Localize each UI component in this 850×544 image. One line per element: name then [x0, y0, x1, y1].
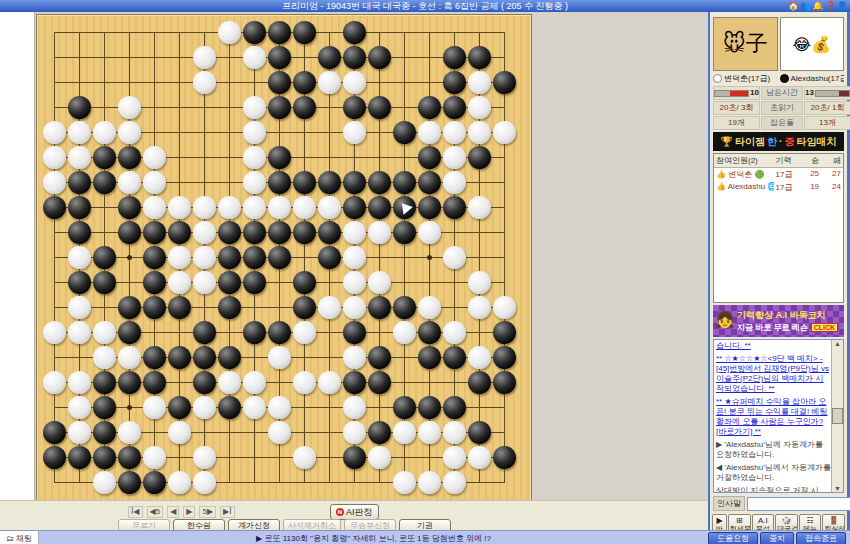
board-point[interactable]: [167, 120, 192, 145]
board-point[interactable]: [317, 370, 342, 395]
board-point[interactable]: [192, 295, 217, 320]
board-point[interactable]: [292, 345, 317, 370]
board-point[interactable]: [67, 120, 92, 145]
board-point[interactable]: [42, 245, 67, 270]
board-point[interactable]: [292, 295, 317, 320]
board-point[interactable]: [342, 245, 367, 270]
board-point[interactable]: [142, 20, 167, 45]
board-point[interactable]: [317, 295, 342, 320]
board-point[interactable]: [267, 345, 292, 370]
board-point[interactable]: [192, 45, 217, 70]
board-point[interactable]: [167, 320, 192, 345]
board-point[interactable]: [467, 95, 492, 120]
board-point[interactable]: [67, 20, 92, 45]
board-point[interactable]: [92, 395, 117, 420]
board-point[interactable]: [367, 470, 392, 495]
board-point[interactable]: [242, 270, 267, 295]
board-point[interactable]: [67, 170, 92, 195]
news-ticker-text[interactable]: ▶ 로또 1130회 "용지 횡령" 자세히 보니, 로또 1등 당첨번호 위에…: [39, 533, 708, 544]
board-point[interactable]: [267, 20, 292, 45]
board-point[interactable]: [92, 120, 117, 145]
board-point[interactable]: [267, 145, 292, 170]
board-point[interactable]: [342, 445, 367, 470]
board-point[interactable]: [467, 370, 492, 395]
board-point[interactable]: [217, 320, 242, 345]
board-point[interactable]: [267, 70, 292, 95]
board-point[interactable]: [92, 70, 117, 95]
board-point[interactable]: [242, 195, 267, 220]
board-point[interactable]: [392, 420, 417, 445]
board-point[interactable]: [392, 220, 417, 245]
board-point[interactable]: [292, 95, 317, 120]
board-point[interactable]: [92, 445, 117, 470]
board-point[interactable]: [292, 470, 317, 495]
board-point[interactable]: [492, 220, 517, 245]
board-point[interactable]: [317, 220, 342, 245]
board-point[interactable]: [392, 345, 417, 370]
board-point[interactable]: [167, 295, 192, 320]
board-point[interactable]: [492, 270, 517, 295]
board-point[interactable]: [192, 170, 217, 195]
board-point[interactable]: [417, 20, 442, 45]
board-point[interactable]: [92, 320, 117, 345]
board-point[interactable]: [242, 320, 267, 345]
board-point[interactable]: [217, 45, 242, 70]
board-point[interactable]: [192, 445, 217, 470]
board-point[interactable]: [217, 420, 242, 445]
board-point[interactable]: [42, 470, 67, 495]
board-point[interactable]: [67, 470, 92, 495]
board-point[interactable]: [142, 70, 167, 95]
board-point[interactable]: [267, 370, 292, 395]
nav-button[interactable]: Ⅰ◀: [128, 506, 143, 518]
board-point[interactable]: [317, 95, 342, 120]
board-point[interactable]: [467, 45, 492, 70]
board-point[interactable]: [92, 245, 117, 270]
board-point[interactable]: [417, 370, 442, 395]
board-point[interactable]: [292, 45, 317, 70]
board-point[interactable]: [492, 170, 517, 195]
board-point[interactable]: [317, 195, 342, 220]
board-point[interactable]: [167, 270, 192, 295]
board-point[interactable]: [367, 45, 392, 70]
board-point[interactable]: [317, 270, 342, 295]
board-point[interactable]: [367, 20, 392, 45]
board-point[interactable]: [267, 320, 292, 345]
board-point[interactable]: [192, 20, 217, 45]
board-point[interactable]: [242, 45, 267, 70]
board-point[interactable]: [492, 245, 517, 270]
titlebar-icon[interactable]: 👤: [837, 0, 848, 12]
board-point[interactable]: [92, 170, 117, 195]
board-point[interactable]: [192, 370, 217, 395]
titlebar-icon[interactable]: 🔔: [812, 0, 823, 12]
board-point[interactable]: [292, 395, 317, 420]
board-point[interactable]: [442, 45, 467, 70]
board-point[interactable]: [167, 445, 192, 470]
board-point[interactable]: [392, 45, 417, 70]
board-point[interactable]: [467, 395, 492, 420]
board-point[interactable]: [117, 170, 142, 195]
board-point[interactable]: [117, 345, 142, 370]
board-point[interactable]: [467, 270, 492, 295]
board-point[interactable]: [492, 320, 517, 345]
board-point[interactable]: [192, 320, 217, 345]
board-point[interactable]: [342, 70, 367, 95]
board-point[interactable]: [217, 270, 242, 295]
board-point[interactable]: [167, 95, 192, 120]
board-point[interactable]: [467, 345, 492, 370]
board-point[interactable]: [317, 445, 342, 470]
board-point[interactable]: [192, 395, 217, 420]
board-point[interactable]: [167, 370, 192, 395]
board-point[interactable]: [442, 395, 467, 420]
board-point[interactable]: [467, 295, 492, 320]
board-point[interactable]: [42, 420, 67, 445]
board-point[interactable]: [267, 245, 292, 270]
board-point[interactable]: [442, 70, 467, 95]
board-point[interactable]: [442, 320, 467, 345]
board-point[interactable]: [367, 220, 392, 245]
board-point[interactable]: [242, 145, 267, 170]
board-point[interactable]: [242, 245, 267, 270]
board-point[interactable]: [342, 120, 367, 145]
board-point[interactable]: [367, 445, 392, 470]
board-point[interactable]: [192, 345, 217, 370]
board-point[interactable]: [342, 270, 367, 295]
board-point[interactable]: [242, 295, 267, 320]
chat-input[interactable]: [747, 497, 850, 511]
board-point[interactable]: [342, 170, 367, 195]
board-point[interactable]: [367, 395, 392, 420]
board-point[interactable]: [42, 45, 67, 70]
board-point[interactable]: [42, 120, 67, 145]
board-point[interactable]: [267, 195, 292, 220]
board-point[interactable]: [117, 445, 142, 470]
board-point[interactable]: [217, 295, 242, 320]
scroll-thumb[interactable]: [832, 408, 843, 424]
board-point[interactable]: [42, 20, 67, 45]
board-point[interactable]: [417, 295, 442, 320]
board-point[interactable]: [417, 395, 442, 420]
board-point[interactable]: [217, 220, 242, 245]
nav-button[interactable]: ◀: [167, 506, 179, 518]
board-point[interactable]: [167, 220, 192, 245]
board-point[interactable]: [442, 95, 467, 120]
board-point[interactable]: [42, 395, 67, 420]
board-point[interactable]: [192, 470, 217, 495]
board-point[interactable]: [392, 370, 417, 395]
board-point[interactable]: [392, 95, 417, 120]
board-point[interactable]: [492, 120, 517, 145]
board-point[interactable]: [267, 295, 292, 320]
board-point[interactable]: [42, 170, 67, 195]
board-point[interactable]: [267, 270, 292, 295]
board-point[interactable]: [267, 120, 292, 145]
board-point[interactable]: [292, 270, 317, 295]
board-point[interactable]: [67, 245, 92, 270]
board-point[interactable]: [392, 445, 417, 470]
board-point[interactable]: [42, 445, 67, 470]
board-point[interactable]: [167, 470, 192, 495]
board-point[interactable]: [292, 445, 317, 470]
scroll-down-icon[interactable]: ▼: [834, 485, 841, 492]
board-point[interactable]: [317, 345, 342, 370]
board-point[interactable]: [117, 220, 142, 245]
board-point[interactable]: [142, 370, 167, 395]
board-point[interactable]: [92, 145, 117, 170]
board-point[interactable]: [442, 270, 467, 295]
board-point[interactable]: [192, 145, 217, 170]
board-point[interactable]: [42, 345, 67, 370]
board-point[interactable]: [442, 245, 467, 270]
board-point[interactable]: [267, 420, 292, 445]
board-point[interactable]: [242, 70, 267, 95]
board-point[interactable]: [92, 220, 117, 245]
board-point[interactable]: [217, 20, 242, 45]
board-point[interactable]: [417, 195, 442, 220]
board-point[interactable]: [167, 195, 192, 220]
board-point[interactable]: [217, 395, 242, 420]
nav-button[interactable]: 5▶: [199, 506, 216, 518]
board-point[interactable]: [342, 345, 367, 370]
titlebar-icon[interactable]: ❓: [825, 0, 836, 12]
board-point[interactable]: [417, 120, 442, 145]
board-point[interactable]: [317, 170, 342, 195]
board-point[interactable]: [442, 470, 467, 495]
board-point[interactable]: [67, 270, 92, 295]
board-point[interactable]: [492, 20, 517, 45]
board-point[interactable]: [92, 470, 117, 495]
board-point[interactable]: [367, 295, 392, 320]
board-point[interactable]: [67, 195, 92, 220]
board-point[interactable]: [442, 120, 467, 145]
board-point[interactable]: [142, 195, 167, 220]
board-point[interactable]: [317, 320, 342, 345]
board-point[interactable]: [42, 145, 67, 170]
board-point[interactable]: [242, 95, 267, 120]
board-point[interactable]: [142, 45, 167, 70]
board-point[interactable]: [367, 95, 392, 120]
board-point[interactable]: [392, 145, 417, 170]
board-point[interactable]: [417, 170, 442, 195]
board-point[interactable]: [242, 345, 267, 370]
board-point[interactable]: [417, 70, 442, 95]
board-point[interactable]: [342, 470, 367, 495]
participant-row[interactable]: 👍 Alexdashu 🌐🚩17급1924: [714, 181, 843, 194]
board-point[interactable]: [42, 220, 67, 245]
board-point[interactable]: [167, 70, 192, 95]
board-point[interactable]: [242, 120, 267, 145]
board-point[interactable]: [167, 170, 192, 195]
board-point[interactable]: [417, 245, 442, 270]
board-point[interactable]: [167, 395, 192, 420]
nav-button[interactable]: ▶: [183, 506, 195, 518]
board-point[interactable]: [492, 95, 517, 120]
board-point[interactable]: [417, 320, 442, 345]
board-point[interactable]: [142, 445, 167, 470]
board-point[interactable]: [142, 245, 167, 270]
board-point[interactable]: [117, 320, 142, 345]
board-point[interactable]: [317, 395, 342, 420]
board-point[interactable]: [442, 370, 467, 395]
board-point[interactable]: [192, 420, 217, 445]
board-point[interactable]: [92, 295, 117, 320]
board-point[interactable]: [317, 120, 342, 145]
ticker-button[interactable]: 중지: [760, 532, 794, 544]
board-point[interactable]: [367, 270, 392, 295]
board-point[interactable]: [67, 345, 92, 370]
board-point[interactable]: [142, 320, 167, 345]
board-point[interactable]: [242, 170, 267, 195]
board-point[interactable]: [492, 45, 517, 70]
board-point[interactable]: [342, 45, 367, 70]
board-point[interactable]: [67, 295, 92, 320]
board-point[interactable]: [142, 145, 167, 170]
board-point[interactable]: [142, 95, 167, 120]
board-point[interactable]: [292, 20, 317, 45]
board-point[interactable]: [292, 145, 317, 170]
board-point[interactable]: [117, 470, 142, 495]
board-point[interactable]: [317, 470, 342, 495]
board-point[interactable]: [367, 70, 392, 95]
board-point[interactable]: [217, 245, 242, 270]
titlebar-icon[interactable]: 👥: [800, 0, 811, 12]
board-point[interactable]: [292, 170, 317, 195]
board-point[interactable]: [92, 420, 117, 445]
board-point[interactable]: [117, 420, 142, 445]
board-point[interactable]: [492, 470, 517, 495]
board-point[interactable]: [92, 95, 117, 120]
board-point[interactable]: [242, 220, 267, 245]
board-point[interactable]: [442, 345, 467, 370]
board-point[interactable]: [117, 195, 142, 220]
board-point[interactable]: [92, 45, 117, 70]
board-point[interactable]: [167, 20, 192, 45]
board-point[interactable]: [342, 395, 367, 420]
board-point[interactable]: [492, 445, 517, 470]
board-point[interactable]: [142, 270, 167, 295]
titlebar-icon-cluster[interactable]: 🏠👥🔔❓👤: [788, 0, 848, 12]
nav-button[interactable]: ◀5: [147, 506, 164, 518]
board-point[interactable]: [267, 395, 292, 420]
board-point[interactable]: [192, 270, 217, 295]
board-point[interactable]: [367, 170, 392, 195]
board-point[interactable]: [392, 245, 417, 270]
nav-button[interactable]: ▶Ⅰ: [220, 506, 235, 518]
board-point[interactable]: [467, 245, 492, 270]
board-point[interactable]: [67, 420, 92, 445]
board-point[interactable]: [492, 370, 517, 395]
board-point[interactable]: [417, 95, 442, 120]
board-point[interactable]: [492, 420, 517, 445]
board-point[interactable]: [317, 420, 342, 445]
titlebar-icon[interactable]: 🏠: [788, 0, 799, 12]
board-point[interactable]: [342, 320, 367, 345]
board-point[interactable]: [42, 95, 67, 120]
board-point[interactable]: [167, 145, 192, 170]
board-point[interactable]: [342, 20, 367, 45]
board-point[interactable]: [342, 220, 367, 245]
board-point[interactable]: [267, 45, 292, 70]
board-point[interactable]: [167, 420, 192, 445]
board-point[interactable]: [292, 245, 317, 270]
board-point[interactable]: [467, 320, 492, 345]
board-point[interactable]: [292, 70, 317, 95]
board-point[interactable]: [467, 220, 492, 245]
board-point[interactable]: [167, 345, 192, 370]
board-point[interactable]: [217, 445, 242, 470]
board-point[interactable]: [192, 220, 217, 245]
board-point[interactable]: [417, 420, 442, 445]
board-point[interactable]: [292, 420, 317, 445]
ticker-button[interactable]: 접속종료: [796, 532, 846, 544]
board-point[interactable]: [442, 420, 467, 445]
board-point[interactable]: [117, 395, 142, 420]
board-point[interactable]: [317, 20, 342, 45]
board-point[interactable]: [392, 295, 417, 320]
board-point[interactable]: [392, 470, 417, 495]
board-point[interactable]: [367, 345, 392, 370]
board-point[interactable]: [367, 320, 392, 345]
board-point[interactable]: [167, 45, 192, 70]
board-point[interactable]: [42, 70, 67, 95]
board-point[interactable]: [142, 395, 167, 420]
board-point[interactable]: [192, 95, 217, 120]
participant-row[interactable]: 👍 변덕춘 🟢17급2527: [714, 168, 843, 181]
board-point[interactable]: [42, 320, 67, 345]
board-point[interactable]: [392, 395, 417, 420]
board-point[interactable]: [117, 145, 142, 170]
ai-judge-button[interactable]: N AI판정: [330, 504, 379, 520]
board-point[interactable]: [342, 195, 367, 220]
board-point[interactable]: [217, 345, 242, 370]
board-point[interactable]: [292, 220, 317, 245]
board-point[interactable]: [317, 45, 342, 70]
board-point[interactable]: [142, 295, 167, 320]
board-point[interactable]: [467, 445, 492, 470]
board-point[interactable]: [417, 345, 442, 370]
board-point[interactable]: [467, 420, 492, 445]
board-point[interactable]: [67, 395, 92, 420]
board-point[interactable]: [417, 45, 442, 70]
board-point[interactable]: [142, 120, 167, 145]
board-point[interactable]: [442, 295, 467, 320]
board-point[interactable]: [492, 345, 517, 370]
board-point[interactable]: [217, 145, 242, 170]
board-point[interactable]: [67, 70, 92, 95]
board-point[interactable]: [417, 145, 442, 170]
board-point[interactable]: [142, 420, 167, 445]
board-point[interactable]: [442, 195, 467, 220]
board-point[interactable]: [442, 170, 467, 195]
board-point[interactable]: [67, 95, 92, 120]
board-point[interactable]: [267, 470, 292, 495]
board-point[interactable]: [217, 470, 242, 495]
board-point[interactable]: [167, 245, 192, 270]
board-point[interactable]: [192, 195, 217, 220]
board-point[interactable]: [392, 170, 417, 195]
board-point[interactable]: [92, 195, 117, 220]
board-point[interactable]: [392, 270, 417, 295]
board-point[interactable]: [192, 70, 217, 95]
board-point[interactable]: [442, 20, 467, 45]
chat-tab[interactable]: 🗂채팅: [0, 531, 39, 544]
ticker-button[interactable]: 도움요청: [708, 532, 758, 544]
board-point[interactable]: [292, 320, 317, 345]
board-point[interactable]: [67, 145, 92, 170]
board-point[interactable]: [417, 220, 442, 245]
